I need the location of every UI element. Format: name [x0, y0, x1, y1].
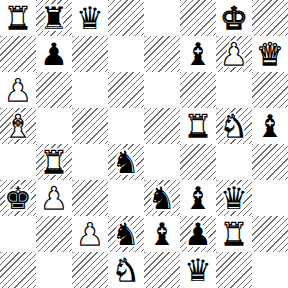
square-d4[interactable]: ♞ — [108, 144, 144, 180]
piece-black-bishop[interactable]: ♝ — [184, 180, 212, 216]
square-b6[interactable] — [36, 72, 72, 108]
piece-white-rook[interactable]: ♜ — [184, 108, 212, 144]
square-a1[interactable] — [0, 252, 36, 288]
square-b2[interactable] — [36, 216, 72, 252]
square-e7[interactable] — [144, 36, 180, 72]
square-h6[interactable] — [252, 72, 288, 108]
square-b8[interactable]: ♜ — [36, 0, 72, 36]
square-e5[interactable] — [144, 108, 180, 144]
square-g7[interactable]: ♟ — [216, 36, 252, 72]
square-f5[interactable]: ♜ — [180, 108, 216, 144]
piece-black-queen[interactable]: ♛ — [184, 252, 212, 288]
square-b1[interactable] — [36, 252, 72, 288]
square-a3[interactable]: ♚ — [0, 180, 36, 216]
piece-black-knight[interactable]: ♞ — [112, 216, 140, 252]
square-e4[interactable] — [144, 144, 180, 180]
piece-white-bishop[interactable]: ♝ — [4, 108, 32, 144]
square-c6[interactable] — [72, 72, 108, 108]
piece-white-knight[interactable]: ♞ — [220, 108, 248, 144]
piece-white-queen[interactable]: ♛ — [256, 36, 284, 72]
square-b4[interactable]: ♜ — [36, 144, 72, 180]
piece-black-bishop[interactable]: ♝ — [184, 36, 212, 72]
square-f2[interactable]: ♟ — [180, 216, 216, 252]
square-e3[interactable]: ♞ — [144, 180, 180, 216]
square-g4[interactable] — [216, 144, 252, 180]
square-d5[interactable] — [108, 108, 144, 144]
square-d3[interactable] — [108, 180, 144, 216]
square-h3[interactable] — [252, 180, 288, 216]
square-g6[interactable] — [216, 72, 252, 108]
piece-black-rook[interactable]: ♜ — [40, 0, 68, 36]
square-h5[interactable]: ♝ — [252, 108, 288, 144]
square-d8[interactable] — [108, 0, 144, 36]
square-h2[interactable] — [252, 216, 288, 252]
chess-board: ♜♜♛♚♟♝♟♛♟♝♜♞♝♜♞♚♟♞♝♛♟♞♝♟♜♞♛ — [0, 0, 288, 288]
square-c2[interactable]: ♟ — [72, 216, 108, 252]
square-f4[interactable] — [180, 144, 216, 180]
piece-black-queen[interactable]: ♛ — [220, 180, 248, 216]
piece-white-pawn[interactable]: ♟ — [40, 180, 68, 216]
square-e6[interactable] — [144, 72, 180, 108]
square-g5[interactable]: ♞ — [216, 108, 252, 144]
square-h4[interactable] — [252, 144, 288, 180]
square-h1[interactable] — [252, 252, 288, 288]
square-d2[interactable]: ♞ — [108, 216, 144, 252]
square-f3[interactable]: ♝ — [180, 180, 216, 216]
square-e8[interactable] — [144, 0, 180, 36]
piece-black-bishop[interactable]: ♝ — [256, 108, 284, 144]
square-h8[interactable] — [252, 0, 288, 36]
square-d1[interactable]: ♞ — [108, 252, 144, 288]
piece-white-rook[interactable]: ♜ — [4, 0, 32, 36]
square-c5[interactable] — [72, 108, 108, 144]
piece-white-pawn[interactable]: ♟ — [4, 72, 32, 108]
square-a4[interactable] — [0, 144, 36, 180]
piece-white-rook[interactable]: ♜ — [40, 144, 68, 180]
square-a8[interactable]: ♜ — [0, 0, 36, 36]
square-c3[interactable] — [72, 180, 108, 216]
square-b7[interactable]: ♟ — [36, 36, 72, 72]
square-a5[interactable]: ♝ — [0, 108, 36, 144]
square-g3[interactable]: ♛ — [216, 180, 252, 216]
square-g8[interactable]: ♚ — [216, 0, 252, 36]
square-c4[interactable] — [72, 144, 108, 180]
piece-black-pawn[interactable]: ♟ — [184, 216, 212, 252]
piece-black-bishop[interactable]: ♝ — [148, 216, 176, 252]
square-d6[interactable] — [108, 72, 144, 108]
square-b3[interactable]: ♟ — [36, 180, 72, 216]
piece-white-knight[interactable]: ♞ — [112, 252, 140, 288]
square-b5[interactable] — [36, 108, 72, 144]
piece-white-king[interactable]: ♚ — [220, 0, 248, 36]
square-f6[interactable] — [180, 72, 216, 108]
piece-white-pawn[interactable]: ♟ — [220, 36, 248, 72]
square-a2[interactable] — [0, 216, 36, 252]
piece-black-queen[interactable]: ♛ — [76, 0, 104, 36]
square-f7[interactable]: ♝ — [180, 36, 216, 72]
square-f8[interactable] — [180, 0, 216, 36]
square-e2[interactable]: ♝ — [144, 216, 180, 252]
square-a6[interactable]: ♟ — [0, 72, 36, 108]
square-a7[interactable] — [0, 36, 36, 72]
piece-black-pawn[interactable]: ♟ — [40, 36, 68, 72]
piece-black-knight[interactable]: ♞ — [112, 144, 140, 180]
square-c8[interactable]: ♛ — [72, 0, 108, 36]
square-g1[interactable] — [216, 252, 252, 288]
square-d7[interactable] — [108, 36, 144, 72]
piece-black-knight[interactable]: ♞ — [148, 180, 176, 216]
piece-white-rook[interactable]: ♜ — [220, 216, 248, 252]
square-h7[interactable]: ♛ — [252, 36, 288, 72]
square-e1[interactable] — [144, 252, 180, 288]
square-c7[interactable] — [72, 36, 108, 72]
piece-black-king[interactable]: ♚ — [4, 180, 32, 216]
square-g2[interactable]: ♜ — [216, 216, 252, 252]
square-f1[interactable]: ♛ — [180, 252, 216, 288]
piece-white-pawn[interactable]: ♟ — [76, 216, 104, 252]
square-c1[interactable] — [72, 252, 108, 288]
